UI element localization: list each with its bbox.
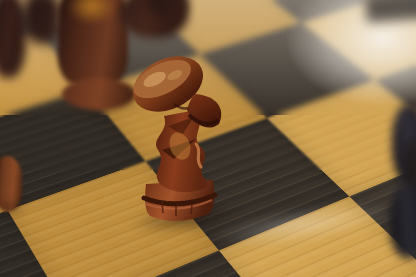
right-lower-piece <box>390 184 416 258</box>
knight-piece <box>116 52 238 230</box>
chess-photo-scene <box>0 0 416 277</box>
back-piece-2 <box>22 0 62 44</box>
left-knob-shadow <box>0 202 26 214</box>
